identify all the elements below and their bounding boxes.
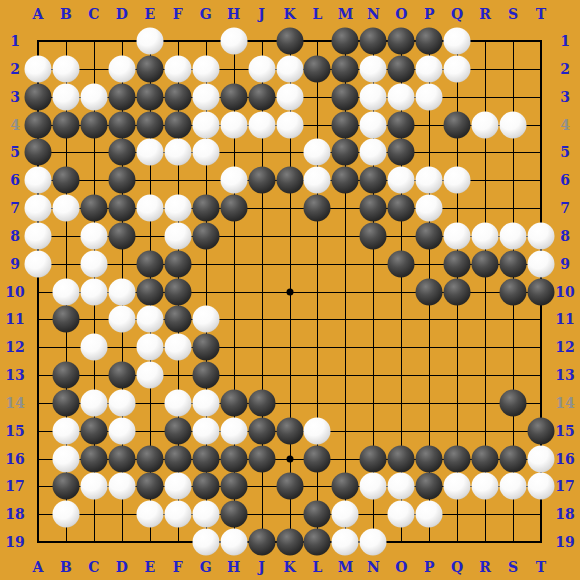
black-stone-G12[interactable] <box>192 334 219 361</box>
row-label-right: 6 <box>560 173 570 187</box>
row-label-right: 11 <box>555 312 574 326</box>
column-label-bottom: C <box>88 560 99 574</box>
white-stone-G19[interactable] <box>192 529 219 556</box>
row-label-right: 5 <box>560 145 570 159</box>
white-stone-F12[interactable] <box>164 334 191 361</box>
white-stone-Q1[interactable] <box>444 28 471 55</box>
white-stone-B10[interactable] <box>52 278 79 305</box>
white-stone-A9[interactable] <box>25 250 52 277</box>
row-label-right: 9 <box>560 257 570 271</box>
white-stone-F14[interactable] <box>164 389 191 416</box>
white-stone-F8[interactable] <box>164 222 191 249</box>
white-stone-G14[interactable] <box>192 389 219 416</box>
white-stone-F18[interactable] <box>164 501 191 528</box>
white-stone-O17[interactable] <box>388 473 415 500</box>
black-stone-F16[interactable] <box>164 445 191 472</box>
white-stone-R4[interactable] <box>472 111 499 138</box>
black-stone-S14[interactable] <box>500 389 527 416</box>
black-stone-B4[interactable] <box>52 111 79 138</box>
white-stone-Q8[interactable] <box>444 222 471 249</box>
black-stone-D13[interactable] <box>108 362 135 389</box>
black-stone-O2[interactable] <box>388 55 415 82</box>
row-label-left: 4 <box>10 118 20 132</box>
black-stone-K15[interactable] <box>276 417 303 444</box>
black-stone-E16[interactable] <box>136 445 163 472</box>
black-stone-P10[interactable] <box>416 278 443 305</box>
column-label-bottom: H <box>227 560 240 574</box>
column-label-bottom: B <box>60 560 72 574</box>
white-stone-G2[interactable] <box>192 55 219 82</box>
white-stone-E18[interactable] <box>136 501 163 528</box>
black-stone-B17[interactable] <box>52 473 79 500</box>
column-label-top: C <box>88 7 99 21</box>
black-stone-J14[interactable] <box>248 389 275 416</box>
column-label-top: F <box>173 7 183 21</box>
black-stone-S10[interactable] <box>500 278 527 305</box>
column-label-top: T <box>536 7 546 21</box>
black-stone-S9[interactable] <box>500 250 527 277</box>
black-stone-Q4[interactable] <box>444 111 471 138</box>
white-stone-G11[interactable] <box>192 306 219 333</box>
white-stone-K2[interactable] <box>276 55 303 82</box>
grid-line-horizontal <box>38 514 541 515</box>
row-label-left: 11 <box>5 312 24 326</box>
black-stone-O1[interactable] <box>388 28 415 55</box>
column-label-bottom: F <box>173 560 183 574</box>
black-stone-F11[interactable] <box>164 306 191 333</box>
black-stone-K1[interactable] <box>276 28 303 55</box>
column-label-bottom: G <box>200 560 212 574</box>
row-label-left: 2 <box>10 62 20 76</box>
column-label-bottom: M <box>338 560 354 574</box>
row-label-right: 3 <box>560 90 570 104</box>
white-stone-Q6[interactable] <box>444 167 471 194</box>
black-stone-R16[interactable] <box>472 445 499 472</box>
row-label-left: 10 <box>5 285 24 299</box>
row-label-right: 14 <box>555 396 574 410</box>
row-label-left: 1 <box>10 34 20 48</box>
white-stone-C10[interactable] <box>80 278 107 305</box>
black-stone-Q10[interactable] <box>444 278 471 305</box>
black-stone-M4[interactable] <box>332 111 359 138</box>
column-label-top: D <box>116 7 128 21</box>
row-label-left: 6 <box>10 173 20 187</box>
black-stone-M2[interactable] <box>332 55 359 82</box>
row-label-left: 3 <box>10 90 20 104</box>
white-stone-B3[interactable] <box>52 83 79 110</box>
row-label-left: 17 <box>5 479 24 493</box>
white-stone-Q17[interactable] <box>444 473 471 500</box>
black-stone-N16[interactable] <box>360 445 387 472</box>
black-stone-G13[interactable] <box>192 362 219 389</box>
white-stone-R8[interactable] <box>472 222 499 249</box>
black-stone-S16[interactable] <box>500 445 527 472</box>
row-label-right: 17 <box>555 479 574 493</box>
column-label-bottom: R <box>479 560 491 574</box>
black-stone-N1[interactable] <box>360 28 387 55</box>
white-stone-L15[interactable] <box>304 417 331 444</box>
row-label-right: 19 <box>555 535 574 549</box>
black-stone-C16[interactable] <box>80 445 107 472</box>
white-stone-O6[interactable] <box>388 167 415 194</box>
white-stone-T9[interactable] <box>528 250 555 277</box>
black-stone-H3[interactable] <box>220 83 247 110</box>
black-stone-P8[interactable] <box>416 222 443 249</box>
white-stone-B16[interactable] <box>52 445 79 472</box>
row-label-right: 16 <box>555 452 574 466</box>
black-stone-L19[interactable] <box>304 529 331 556</box>
row-label-left: 7 <box>10 201 20 215</box>
white-stone-B15[interactable] <box>52 417 79 444</box>
white-stone-L6[interactable] <box>304 167 331 194</box>
black-stone-E17[interactable] <box>136 473 163 500</box>
row-label-right: 15 <box>555 424 574 438</box>
white-stone-E12[interactable] <box>136 334 163 361</box>
black-stone-M3[interactable] <box>332 83 359 110</box>
white-stone-G3[interactable] <box>192 83 219 110</box>
row-label-left: 13 <box>5 368 24 382</box>
white-stone-H15[interactable] <box>220 417 247 444</box>
black-stone-M5[interactable] <box>332 139 359 166</box>
black-stone-E9[interactable] <box>136 250 163 277</box>
white-stone-O18[interactable] <box>388 501 415 528</box>
black-stone-Q9[interactable] <box>444 250 471 277</box>
black-stone-C15[interactable] <box>80 417 107 444</box>
column-label-top: S <box>508 7 518 21</box>
white-stone-E13[interactable] <box>136 362 163 389</box>
row-label-left: 15 <box>5 424 24 438</box>
column-label-top: M <box>338 7 354 21</box>
row-label-left: 9 <box>10 257 20 271</box>
white-stone-N4[interactable] <box>360 111 387 138</box>
black-stone-K17[interactable] <box>276 473 303 500</box>
white-stone-C9[interactable] <box>80 250 107 277</box>
black-stone-E4[interactable] <box>136 111 163 138</box>
black-stone-K6[interactable] <box>276 167 303 194</box>
row-label-right: 7 <box>560 201 570 215</box>
white-stone-C12[interactable] <box>80 334 107 361</box>
row-label-right: 10 <box>555 285 574 299</box>
black-stone-D3[interactable] <box>108 83 135 110</box>
black-stone-K19[interactable] <box>276 529 303 556</box>
row-label-left: 18 <box>5 507 24 521</box>
white-stone-G15[interactable] <box>192 417 219 444</box>
white-stone-O3[interactable] <box>388 83 415 110</box>
row-label-left: 8 <box>10 229 20 243</box>
black-stone-D8[interactable] <box>108 222 135 249</box>
black-stone-H16[interactable] <box>220 445 247 472</box>
white-stone-E5[interactable] <box>136 139 163 166</box>
black-stone-E2[interactable] <box>136 55 163 82</box>
white-stone-D17[interactable] <box>108 473 135 500</box>
black-stone-P16[interactable] <box>416 445 443 472</box>
black-stone-M17[interactable] <box>332 473 359 500</box>
white-stone-D10[interactable] <box>108 278 135 305</box>
column-label-bottom: Q <box>451 560 463 574</box>
black-stone-N7[interactable] <box>360 195 387 222</box>
column-label-top: P <box>424 7 435 21</box>
go-board-screenshot: AABBCCDDEEFFGGHHJJKKLLMMNNOOPPQQRRSSTT11… <box>0 0 580 580</box>
column-label-bottom: O <box>395 560 407 574</box>
white-stone-T8[interactable] <box>528 222 555 249</box>
white-stone-L5[interactable] <box>304 139 331 166</box>
row-label-right: 13 <box>555 368 574 382</box>
black-stone-E10[interactable] <box>136 278 163 305</box>
black-stone-D5[interactable] <box>108 139 135 166</box>
column-label-bottom: D <box>116 560 128 574</box>
column-label-top: E <box>144 7 155 21</box>
row-label-right: 1 <box>560 34 570 48</box>
black-stone-A5[interactable] <box>25 139 52 166</box>
black-stone-A4[interactable] <box>25 111 52 138</box>
white-stone-P7[interactable] <box>416 195 443 222</box>
black-stone-Q16[interactable] <box>444 445 471 472</box>
column-label-top: H <box>227 7 240 21</box>
black-stone-B11[interactable] <box>52 306 79 333</box>
black-stone-O4[interactable] <box>388 111 415 138</box>
black-stone-H18[interactable] <box>220 501 247 528</box>
white-stone-C3[interactable] <box>80 83 107 110</box>
white-stone-N17[interactable] <box>360 473 387 500</box>
white-stone-H1[interactable] <box>220 28 247 55</box>
white-stone-K3[interactable] <box>276 83 303 110</box>
black-stone-O9[interactable] <box>388 250 415 277</box>
white-stone-B18[interactable] <box>52 501 79 528</box>
column-label-top: R <box>479 7 491 21</box>
black-stone-D6[interactable] <box>108 167 135 194</box>
row-label-left: 12 <box>5 340 24 354</box>
white-stone-D14[interactable] <box>108 389 135 416</box>
white-stone-P3[interactable] <box>416 83 443 110</box>
black-stone-T10[interactable] <box>528 278 555 305</box>
black-stone-O16[interactable] <box>388 445 415 472</box>
white-stone-E1[interactable] <box>136 28 163 55</box>
black-stone-G16[interactable] <box>192 445 219 472</box>
column-label-bottom: K <box>283 560 295 574</box>
column-label-bottom: P <box>424 560 435 574</box>
black-stone-D7[interactable] <box>108 195 135 222</box>
white-stone-D15[interactable] <box>108 417 135 444</box>
black-stone-R9[interactable] <box>472 250 499 277</box>
row-label-left: 5 <box>10 145 20 159</box>
white-stone-S8[interactable] <box>500 222 527 249</box>
white-stone-H19[interactable] <box>220 529 247 556</box>
black-stone-F4[interactable] <box>164 111 191 138</box>
black-stone-L18[interactable] <box>304 501 331 528</box>
white-stone-T16[interactable] <box>528 445 555 472</box>
black-stone-F10[interactable] <box>164 278 191 305</box>
black-stone-N8[interactable] <box>360 222 387 249</box>
black-stone-J16[interactable] <box>248 445 275 472</box>
black-stone-B13[interactable] <box>52 362 79 389</box>
white-stone-A2[interactable] <box>25 55 52 82</box>
white-stone-F5[interactable] <box>164 139 191 166</box>
white-stone-H4[interactable] <box>220 111 247 138</box>
white-stone-N2[interactable] <box>360 55 387 82</box>
column-label-bottom: E <box>144 560 155 574</box>
white-stone-P2[interactable] <box>416 55 443 82</box>
black-stone-B6[interactable] <box>52 167 79 194</box>
black-stone-M6[interactable] <box>332 167 359 194</box>
column-label-bottom: L <box>313 560 323 574</box>
row-label-right: 4 <box>560 118 570 132</box>
hoshi-point <box>286 288 293 295</box>
black-stone-P1[interactable] <box>416 28 443 55</box>
white-stone-E7[interactable] <box>136 195 163 222</box>
column-label-bottom: T <box>536 560 546 574</box>
white-stone-K4[interactable] <box>276 111 303 138</box>
black-stone-H14[interactable] <box>220 389 247 416</box>
white-stone-D11[interactable] <box>108 306 135 333</box>
white-stone-F2[interactable] <box>164 55 191 82</box>
black-stone-D4[interactable] <box>108 111 135 138</box>
white-stone-M18[interactable] <box>332 501 359 528</box>
white-stone-P6[interactable] <box>416 167 443 194</box>
black-stone-F3[interactable] <box>164 83 191 110</box>
column-label-top: O <box>395 7 407 21</box>
black-stone-L2[interactable] <box>304 55 331 82</box>
white-stone-B7[interactable] <box>52 195 79 222</box>
column-label-top: B <box>60 7 72 21</box>
black-stone-B14[interactable] <box>52 389 79 416</box>
row-label-right: 12 <box>555 340 574 354</box>
white-stone-A8[interactable] <box>25 222 52 249</box>
column-label-bottom: S <box>508 560 518 574</box>
white-stone-S17[interactable] <box>500 473 527 500</box>
black-stone-N6[interactable] <box>360 167 387 194</box>
white-stone-C8[interactable] <box>80 222 107 249</box>
row-label-right: 18 <box>555 507 574 521</box>
column-label-bottom: N <box>367 560 380 574</box>
column-label-top: L <box>313 7 323 21</box>
row-label-left: 19 <box>5 535 24 549</box>
white-stone-C14[interactable] <box>80 389 107 416</box>
column-label-top: J <box>258 7 265 21</box>
row-label-right: 2 <box>560 62 570 76</box>
black-stone-G17[interactable] <box>192 473 219 500</box>
white-stone-N3[interactable] <box>360 83 387 110</box>
black-stone-L7[interactable] <box>304 195 331 222</box>
white-stone-F17[interactable] <box>164 473 191 500</box>
white-stone-J4[interactable] <box>248 111 275 138</box>
column-label-top: A <box>33 7 44 21</box>
white-stone-A6[interactable] <box>25 167 52 194</box>
black-stone-J15[interactable] <box>248 417 275 444</box>
black-stone-J19[interactable] <box>248 529 275 556</box>
black-stone-M1[interactable] <box>332 28 359 55</box>
white-stone-H6[interactable] <box>220 167 247 194</box>
white-stone-T17[interactable] <box>528 473 555 500</box>
white-stone-E11[interactable] <box>136 306 163 333</box>
black-stone-J3[interactable] <box>248 83 275 110</box>
black-stone-L16[interactable] <box>304 445 331 472</box>
black-stone-H7[interactable] <box>220 195 247 222</box>
column-label-bottom: A <box>33 560 44 574</box>
black-stone-J6[interactable] <box>248 167 275 194</box>
white-stone-G18[interactable] <box>192 501 219 528</box>
white-stone-P18[interactable] <box>416 501 443 528</box>
white-stone-G4[interactable] <box>192 111 219 138</box>
row-label-left: 16 <box>5 452 24 466</box>
white-stone-J2[interactable] <box>248 55 275 82</box>
column-label-bottom: J <box>258 560 265 574</box>
black-stone-G8[interactable] <box>192 222 219 249</box>
white-stone-F7[interactable] <box>164 195 191 222</box>
black-stone-O7[interactable] <box>388 195 415 222</box>
white-stone-G5[interactable] <box>192 139 219 166</box>
black-stone-C7[interactable] <box>80 195 107 222</box>
white-stone-Q2[interactable] <box>444 55 471 82</box>
column-label-top: Q <box>451 7 463 21</box>
column-label-top: G <box>200 7 212 21</box>
white-stone-S4[interactable] <box>500 111 527 138</box>
white-stone-N5[interactable] <box>360 139 387 166</box>
white-stone-R17[interactable] <box>472 473 499 500</box>
black-stone-T15[interactable] <box>528 417 555 444</box>
white-stone-N19[interactable] <box>360 529 387 556</box>
column-label-top: K <box>283 7 295 21</box>
column-label-top: N <box>367 7 380 21</box>
black-stone-D16[interactable] <box>108 445 135 472</box>
hoshi-point <box>286 455 293 462</box>
black-stone-P17[interactable] <box>416 473 443 500</box>
white-stone-C17[interactable] <box>80 473 107 500</box>
black-stone-O5[interactable] <box>388 139 415 166</box>
white-stone-A7[interactable] <box>25 195 52 222</box>
row-label-right: 8 <box>560 229 570 243</box>
black-stone-E3[interactable] <box>136 83 163 110</box>
black-stone-G7[interactable] <box>192 195 219 222</box>
white-stone-M19[interactable] <box>332 529 359 556</box>
black-stone-C4[interactable] <box>80 111 107 138</box>
row-label-left: 14 <box>5 396 24 410</box>
black-stone-F15[interactable] <box>164 417 191 444</box>
grid-line-horizontal <box>38 347 541 348</box>
white-stone-B2[interactable] <box>52 55 79 82</box>
black-stone-A3[interactable] <box>25 83 52 110</box>
white-stone-D2[interactable] <box>108 55 135 82</box>
black-stone-F9[interactable] <box>164 250 191 277</box>
black-stone-H17[interactable] <box>220 473 247 500</box>
